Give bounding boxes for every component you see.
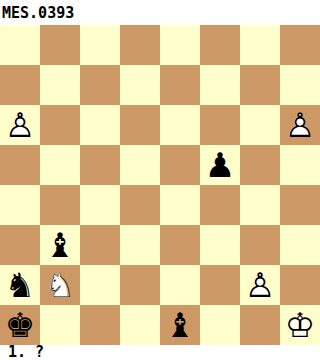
- square-g6[interactable]: [240, 105, 280, 145]
- square-c1[interactable]: [80, 305, 120, 345]
- square-e5[interactable]: [160, 145, 200, 185]
- square-a1[interactable]: ♚: [0, 305, 40, 345]
- square-c2[interactable]: [80, 265, 120, 305]
- square-b4[interactable]: [40, 185, 80, 225]
- square-d7[interactable]: [120, 65, 160, 105]
- square-a7[interactable]: [0, 65, 40, 105]
- square-h6[interactable]: ♟♙: [280, 105, 320, 145]
- square-a6[interactable]: ♟♙: [0, 105, 40, 145]
- black-bishop: ♝: [40, 225, 80, 265]
- move-prompt: 1. ?: [0, 345, 320, 360]
- square-h2[interactable]: [280, 265, 320, 305]
- square-f8[interactable]: [200, 25, 240, 65]
- square-a5[interactable]: [0, 145, 40, 185]
- square-d5[interactable]: [120, 145, 160, 185]
- square-h7[interactable]: [280, 65, 320, 105]
- square-d4[interactable]: [120, 185, 160, 225]
- white-pawn: ♙: [240, 265, 280, 305]
- square-c5[interactable]: [80, 145, 120, 185]
- white-knight: ♘: [40, 265, 80, 305]
- square-g7[interactable]: [240, 65, 280, 105]
- black-king: ♚: [0, 305, 40, 345]
- square-e7[interactable]: [160, 65, 200, 105]
- chess-diagram: MES.0393 ♟♙♟♙♟♝♞♞♘♟♙♚♝♚♔ 1. ?: [0, 0, 320, 360]
- square-g2[interactable]: ♟♙: [240, 265, 280, 305]
- square-d3[interactable]: [120, 225, 160, 265]
- square-d1[interactable]: [120, 305, 160, 345]
- white-king: ♔: [280, 305, 320, 345]
- chess-board: ♟♙♟♙♟♝♞♞♘♟♙♚♝♚♔: [0, 25, 320, 345]
- square-b5[interactable]: [40, 145, 80, 185]
- square-h8[interactable]: [280, 25, 320, 65]
- square-f2[interactable]: [200, 265, 240, 305]
- square-g5[interactable]: [240, 145, 280, 185]
- square-b8[interactable]: [40, 25, 80, 65]
- square-d2[interactable]: [120, 265, 160, 305]
- square-h3[interactable]: [280, 225, 320, 265]
- square-b3[interactable]: ♝: [40, 225, 80, 265]
- square-a2[interactable]: ♞: [0, 265, 40, 305]
- square-a3[interactable]: [0, 225, 40, 265]
- diagram-title: MES.0393: [0, 0, 320, 25]
- square-d8[interactable]: [120, 25, 160, 65]
- square-c3[interactable]: [80, 225, 120, 265]
- square-a8[interactable]: [0, 25, 40, 65]
- square-c8[interactable]: [80, 25, 120, 65]
- square-h1[interactable]: ♚♔: [280, 305, 320, 345]
- square-f5[interactable]: ♟: [200, 145, 240, 185]
- square-e8[interactable]: [160, 25, 200, 65]
- black-bishop: ♝: [160, 305, 200, 345]
- black-knight: ♞: [0, 265, 40, 305]
- white-pawn: ♙: [280, 105, 320, 145]
- square-c6[interactable]: [80, 105, 120, 145]
- square-f7[interactable]: [200, 65, 240, 105]
- square-f3[interactable]: [200, 225, 240, 265]
- square-f6[interactable]: [200, 105, 240, 145]
- square-b6[interactable]: [40, 105, 80, 145]
- square-f4[interactable]: [200, 185, 240, 225]
- square-e1[interactable]: ♝: [160, 305, 200, 345]
- square-h4[interactable]: [280, 185, 320, 225]
- square-h5[interactable]: [280, 145, 320, 185]
- square-b1[interactable]: [40, 305, 80, 345]
- square-e6[interactable]: [160, 105, 200, 145]
- square-g8[interactable]: [240, 25, 280, 65]
- square-e4[interactable]: [160, 185, 200, 225]
- square-e2[interactable]: [160, 265, 200, 305]
- black-pawn: ♟: [200, 145, 240, 185]
- square-b7[interactable]: [40, 65, 80, 105]
- square-c7[interactable]: [80, 65, 120, 105]
- square-g4[interactable]: [240, 185, 280, 225]
- square-b2[interactable]: ♞♘: [40, 265, 80, 305]
- square-f1[interactable]: [200, 305, 240, 345]
- square-c4[interactable]: [80, 185, 120, 225]
- white-knight-fill: ♞: [40, 265, 80, 305]
- white-pawn-fill: ♟: [0, 105, 40, 145]
- square-a4[interactable]: [0, 185, 40, 225]
- square-e3[interactable]: [160, 225, 200, 265]
- white-pawn: ♙: [0, 105, 40, 145]
- square-g1[interactable]: [240, 305, 280, 345]
- white-pawn-fill: ♟: [240, 265, 280, 305]
- white-pawn-fill: ♟: [280, 105, 320, 145]
- square-g3[interactable]: [240, 225, 280, 265]
- white-king-fill: ♚: [280, 305, 320, 345]
- square-d6[interactable]: [120, 105, 160, 145]
